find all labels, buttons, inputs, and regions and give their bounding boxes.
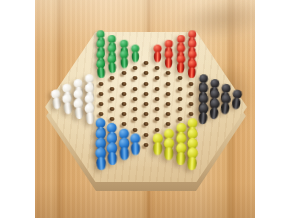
cell-r6c6[interactable] <box>118 71 129 76</box>
cell-r12c8[interactable] <box>140 101 151 106</box>
green-peg[interactable] <box>130 45 140 63</box>
cell-r16c6[interactable] <box>118 122 129 127</box>
cell-r8c6[interactable] <box>118 81 129 86</box>
empty-hole <box>177 97 182 101</box>
empty-hole <box>110 97 115 101</box>
cell-r14c10[interactable] <box>163 112 174 117</box>
empty-hole <box>188 92 193 96</box>
cell-r14c4[interactable] <box>96 112 107 117</box>
cell-r22c6[interactable] <box>118 153 129 158</box>
empty-hole <box>166 71 171 75</box>
empty-hole <box>110 87 115 91</box>
empty-hole <box>132 128 137 132</box>
cell-r9c5[interactable] <box>107 86 118 91</box>
empty-hole <box>177 87 182 91</box>
empty-hole <box>166 82 171 86</box>
green-peg[interactable] <box>95 59 107 78</box>
empty-hole <box>132 107 137 111</box>
empty-hole <box>143 122 148 126</box>
board-grid <box>51 40 241 168</box>
empty-hole <box>155 97 160 101</box>
red-peg[interactable] <box>174 55 185 73</box>
red-peg[interactable] <box>163 50 174 68</box>
cell-r5c9[interactable] <box>152 66 163 71</box>
cell-r6c8[interactable] <box>140 71 151 76</box>
empty-hole <box>155 117 160 121</box>
cell-r16c10[interactable] <box>163 122 174 127</box>
empty-hole <box>143 143 148 147</box>
cell-r7c11[interactable] <box>174 76 185 81</box>
blue-peg[interactable] <box>93 147 107 170</box>
cell-r9c9[interactable] <box>152 86 163 91</box>
cell-r11c11[interactable] <box>174 96 185 101</box>
cell-r12c10[interactable] <box>163 101 174 106</box>
blue-peg[interactable] <box>105 143 119 166</box>
product-photo-page <box>0 0 290 218</box>
cell-r12c12[interactable] <box>185 101 196 106</box>
cell-r7c5[interactable] <box>107 76 118 81</box>
cell-r12c6[interactable] <box>118 101 129 106</box>
cell-r9c7[interactable] <box>129 86 140 91</box>
cell-r5c7[interactable] <box>129 66 140 71</box>
black-peg[interactable] <box>219 93 232 114</box>
cell-r15c9[interactable] <box>152 117 163 122</box>
empty-hole <box>155 107 160 111</box>
chinese-checkers-board <box>45 32 247 182</box>
cell-r17c7[interactable] <box>129 127 140 132</box>
cell-r6c12[interactable] <box>185 71 196 76</box>
cell-r10c8[interactable] <box>140 91 151 96</box>
empty-hole <box>166 102 171 106</box>
cell-r11c7[interactable] <box>129 96 140 101</box>
red-peg[interactable] <box>185 59 197 78</box>
cell-r5c11[interactable] <box>174 66 185 71</box>
empty-hole <box>188 112 193 116</box>
empty-hole <box>155 128 160 132</box>
empty-hole <box>155 87 160 91</box>
cell-r6c4[interactable] <box>96 71 107 76</box>
cell-r13c15[interactable] <box>219 107 230 112</box>
empty-hole <box>99 82 104 86</box>
empty-hole <box>155 76 160 80</box>
cell-r10c6[interactable] <box>118 91 129 96</box>
cell-r6c10[interactable] <box>163 71 174 76</box>
empty-hole <box>177 117 182 121</box>
left-white-margin <box>0 0 35 218</box>
empty-hole <box>110 117 115 121</box>
empty-hole <box>99 102 104 106</box>
cell-r13c7[interactable] <box>129 107 140 112</box>
blue-peg[interactable] <box>117 138 130 160</box>
empty-hole <box>166 112 171 116</box>
empty-hole <box>143 133 148 137</box>
cell-r11c5[interactable] <box>107 96 118 101</box>
cell-r15c11[interactable] <box>174 117 185 122</box>
cell-r14c12[interactable] <box>185 112 196 117</box>
cell-r9c11[interactable] <box>174 86 185 91</box>
empty-hole <box>121 71 126 75</box>
empty-hole <box>99 92 104 96</box>
empty-hole <box>188 102 193 106</box>
cell-r15c7[interactable] <box>129 117 140 122</box>
cell-r11c9[interactable] <box>152 96 163 101</box>
cell-r15c5[interactable] <box>107 117 118 122</box>
cell-r17c9[interactable] <box>152 127 163 132</box>
cell-r18c8[interactable] <box>140 132 151 137</box>
cell-r12c16[interactable] <box>230 101 241 106</box>
empty-hole <box>132 117 137 121</box>
empty-hole <box>166 122 171 126</box>
empty-hole <box>99 112 104 116</box>
cell-r21c7[interactable] <box>129 148 140 153</box>
cell-r10c10[interactable] <box>163 91 174 96</box>
cell-r13c5[interactable] <box>107 107 118 112</box>
cell-r14c8[interactable] <box>140 112 151 117</box>
cell-r4c8[interactable] <box>140 60 151 65</box>
empty-hole <box>143 82 148 86</box>
yellow-peg[interactable] <box>184 147 198 170</box>
empty-hole <box>132 66 137 70</box>
empty-hole <box>177 107 182 111</box>
cell-r8c10[interactable] <box>163 81 174 86</box>
cell-r7c9[interactable] <box>152 76 163 81</box>
cell-r13c9[interactable] <box>152 107 163 112</box>
cell-r4c6[interactable] <box>118 60 129 65</box>
cell-r12c4[interactable] <box>96 101 107 106</box>
green-peg[interactable] <box>118 50 129 68</box>
empty-hole <box>188 82 193 86</box>
right-white-margin <box>255 0 290 218</box>
empty-hole <box>155 66 160 70</box>
blue-peg[interactable] <box>128 133 141 155</box>
empty-hole <box>121 82 126 86</box>
empty-hole <box>143 61 148 65</box>
green-peg[interactable] <box>106 55 117 73</box>
empty-hole <box>110 107 115 111</box>
empty-hole <box>132 76 137 80</box>
empty-hole <box>132 87 137 91</box>
empty-hole <box>121 112 126 116</box>
cell-r4c10[interactable] <box>163 60 174 65</box>
empty-hole <box>132 97 137 101</box>
empty-hole <box>143 71 148 75</box>
empty-hole <box>143 92 148 96</box>
cell-r8c12[interactable] <box>185 81 196 86</box>
cell-r8c4[interactable] <box>96 81 107 86</box>
empty-hole <box>121 102 126 106</box>
cell-r7c7[interactable] <box>129 76 140 81</box>
cell-r8c8[interactable] <box>140 81 151 86</box>
cell-r23c5[interactable] <box>107 158 118 163</box>
red-peg[interactable] <box>152 45 162 63</box>
empty-hole <box>143 112 148 116</box>
cell-r16c8[interactable] <box>140 122 151 127</box>
cell-r10c4[interactable] <box>96 91 107 96</box>
empty-hole <box>177 76 182 80</box>
empty-hole <box>143 102 148 106</box>
black-peg[interactable] <box>207 98 220 119</box>
chinese-checkers-photo <box>35 0 255 218</box>
cell-r10c12[interactable] <box>185 91 196 96</box>
cell-r24c4[interactable] <box>96 163 107 168</box>
empty-hole <box>110 76 115 80</box>
empty-hole <box>121 92 126 96</box>
cell-r3c9[interactable] <box>152 55 163 60</box>
cell-r22c10[interactable] <box>163 153 174 158</box>
cell-r14c14[interactable] <box>207 112 218 117</box>
cell-r13c11[interactable] <box>174 107 185 112</box>
cell-r3c7[interactable] <box>129 55 140 60</box>
empty-hole <box>166 92 171 96</box>
empty-hole <box>121 122 126 126</box>
cell-r24c12[interactable] <box>185 163 196 168</box>
cell-r5c5[interactable] <box>107 66 118 71</box>
cell-r14c6[interactable] <box>118 112 129 117</box>
cell-r23c11[interactable] <box>174 158 185 163</box>
